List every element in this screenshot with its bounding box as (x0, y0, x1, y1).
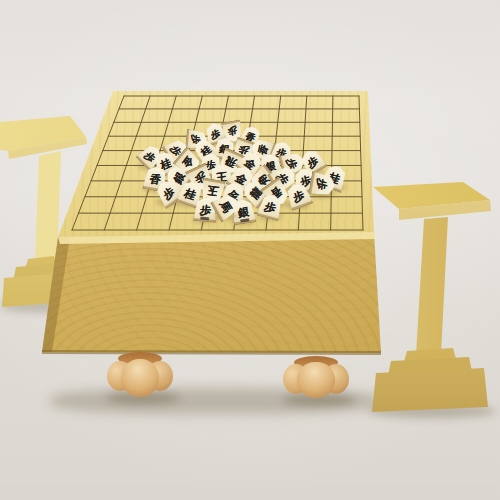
piece-kanji: 歩 (210, 127, 221, 139)
piece-kanji: 香 (148, 172, 161, 184)
piece-kanji: 銀 (237, 205, 249, 218)
piece-kanji: 金 (181, 154, 195, 170)
piece-pile: 歩歩香歩歩桂銀歩香歩歩桂金歩飛金銀歩歩桂香銀歩王金角歩歩歩歩桂玉金龍香歩歩銀馬歩 (0, 0, 500, 500)
piece-kanji: 歩 (227, 125, 237, 136)
piece-kanji: 歩 (199, 204, 212, 215)
piece-kanji: 歩 (315, 177, 327, 190)
maker-stamp (240, 218, 249, 222)
piece-kanji: 香 (256, 142, 268, 155)
piece-kanji: 歩 (291, 188, 304, 203)
piece-kanji: 歩 (263, 200, 277, 213)
shogi-set-photo: 歩歩香歩歩桂銀歩香歩歩桂金歩飛金銀歩歩桂香銀歩王金角歩歩歩歩桂玉金龍香歩歩銀馬歩 (0, 0, 500, 500)
piece-kanji: 歩 (161, 184, 176, 200)
piece-kanji: 馬 (218, 199, 234, 213)
piece-kanji: 歩 (305, 154, 319, 169)
piece-kanji: 桂 (159, 156, 172, 170)
piece-kanji: 歩 (142, 150, 157, 163)
piece-kanji: 龍 (248, 184, 263, 200)
piece-kanji: 歩 (285, 157, 298, 169)
piece-kanji: 玉 (205, 184, 218, 196)
piece-kanji: 桂 (182, 187, 197, 200)
piece-kanji: 銀 (171, 169, 185, 185)
maker-stamp (200, 216, 209, 220)
